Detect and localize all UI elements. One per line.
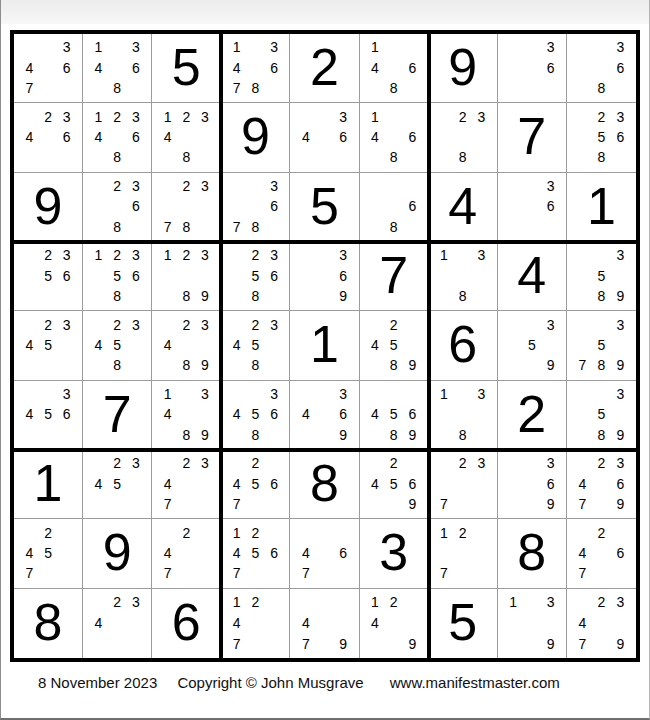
- cell-r2c3[interactable]: 12348: [152, 103, 221, 172]
- candidate-slot-4: 4: [573, 473, 592, 493]
- candidate-slot-9: [127, 494, 146, 514]
- cell-r5c7[interactable]: 6: [429, 311, 498, 380]
- candidate-slot-5: 5: [384, 335, 403, 355]
- cell-r5c1[interactable]: 2345: [14, 311, 83, 380]
- candidate-slot-9: [334, 563, 353, 583]
- cell-r1c5[interactable]: 2: [290, 34, 359, 103]
- candidate-slot-1: [20, 314, 39, 334]
- candidate-slot-2: 2: [177, 522, 196, 542]
- candidate-slot-4: [435, 543, 454, 563]
- candidate-slot-1: [89, 592, 108, 613]
- candidate-slot-7: [158, 425, 177, 445]
- candidate-slot-5: [384, 127, 403, 147]
- cell-r1c1[interactable]: 3467: [14, 34, 83, 103]
- candidate-slot-5: 5: [108, 335, 127, 355]
- candidate-slot-6: 6: [57, 127, 76, 147]
- candidate-slot-5: [315, 127, 334, 147]
- candidate-slot-2: [315, 245, 334, 265]
- candidate-slot-3: 3: [196, 245, 215, 265]
- candidate-slot-9: 9: [611, 494, 630, 514]
- cell-r3c7[interactable]: 4: [429, 173, 498, 242]
- cell-r5c4[interactable]: 23458: [221, 311, 290, 380]
- candidate-slot-4: 4: [366, 473, 385, 493]
- candidate-slot-8: [39, 286, 58, 306]
- candidate-slot-4: [573, 127, 592, 147]
- pencil-marks: 13489: [152, 381, 220, 449]
- cell-r8c7[interactable]: 127: [429, 519, 498, 588]
- candidate-slot-3: [472, 522, 491, 542]
- candidate-slot-4: [435, 473, 454, 493]
- candidate-slot-6: 6: [541, 196, 560, 216]
- candidate-slot-8: 8: [246, 78, 265, 98]
- candidate-slot-2: [108, 37, 127, 57]
- candidate-slot-9: [127, 147, 146, 167]
- cell-r2c1[interactable]: 2346: [14, 103, 83, 172]
- candidate-slot-4: [573, 265, 592, 285]
- candidate-slot-3: 3: [57, 314, 76, 334]
- candidate-slot-2: 2: [246, 453, 265, 473]
- pencil-marks: 123468: [83, 103, 151, 171]
- cell-r1c2[interactable]: 13468: [83, 34, 152, 103]
- pencil-marks: 3678: [221, 173, 289, 241]
- candidate-slot-5: [315, 404, 334, 424]
- candidate-slot-4: 4: [296, 543, 315, 563]
- candidate-slot-1: [366, 453, 385, 473]
- candidate-slot-1: [158, 522, 177, 542]
- candidate-slot-4: [227, 196, 246, 216]
- candidate-slot-5: [315, 265, 334, 285]
- candidate-slot-9: 9: [611, 425, 630, 445]
- candidate-slot-5: [592, 543, 611, 563]
- candidate-slot-7: 7: [573, 355, 592, 375]
- candidate-slot-3: 3: [57, 106, 76, 126]
- candidate-slot-7: [89, 355, 108, 375]
- cell-r7c1[interactable]: 1: [14, 450, 83, 519]
- candidate-slot-8: [246, 633, 265, 654]
- candidate-slot-2: [592, 37, 611, 57]
- cell-r2c7[interactable]: 238: [429, 103, 498, 172]
- candidate-slot-6: 6: [57, 265, 76, 285]
- pencil-marks: 127: [429, 519, 497, 587]
- candidate-slot-2: 2: [108, 106, 127, 126]
- cell-r4c8[interactable]: 4: [498, 242, 567, 311]
- solved-digit: 9: [34, 180, 63, 232]
- candidate-slot-6: [265, 335, 284, 355]
- candidate-slot-9: [265, 355, 284, 375]
- candidate-slot-6: [127, 612, 146, 633]
- cell-r6c2[interactable]: 7: [83, 381, 152, 450]
- candidate-slot-5: [177, 543, 196, 563]
- candidate-slot-2: 2: [384, 314, 403, 334]
- pencil-marks: 2346: [14, 103, 82, 171]
- candidate-slot-8: [108, 633, 127, 654]
- candidate-slot-2: 2: [246, 314, 265, 334]
- cell-r6c1[interactable]: 3456: [14, 381, 83, 450]
- candidate-slot-9: [541, 217, 560, 237]
- candidate-slot-4: 4: [227, 57, 246, 77]
- candidate-slot-8: 8: [592, 425, 611, 445]
- cell-r8c5[interactable]: 467: [290, 519, 359, 588]
- pencil-marks: 23458: [221, 311, 289, 379]
- pencil-marks: 23458: [83, 311, 151, 379]
- candidate-slot-1: 1: [366, 37, 385, 57]
- candidate-slot-8: [39, 355, 58, 375]
- cell-r7c8[interactable]: 369: [498, 450, 567, 519]
- cell-r1c7[interactable]: 9: [429, 34, 498, 103]
- candidate-slot-6: [196, 265, 215, 285]
- candidate-slot-5: [453, 404, 472, 424]
- cell-r6c7[interactable]: 138: [429, 381, 498, 450]
- candidate-slot-8: [592, 494, 611, 514]
- cell-r1c9[interactable]: 368: [567, 34, 636, 103]
- candidate-slot-7: [435, 286, 454, 306]
- candidate-slot-8: [39, 78, 58, 98]
- pencil-marks: 237: [429, 450, 497, 518]
- candidate-slot-4: [366, 196, 385, 216]
- cell-r8c1[interactable]: 2457: [14, 519, 83, 588]
- candidate-slot-1: [504, 176, 523, 196]
- candidate-slot-6: 6: [265, 473, 284, 493]
- candidate-slot-2: [522, 592, 541, 613]
- cell-r9c5[interactable]: 479: [290, 589, 359, 658]
- cell-r5c2[interactable]: 23458: [83, 311, 152, 380]
- pencil-marks: 467: [290, 519, 358, 587]
- candidate-slot-9: 9: [611, 355, 630, 375]
- cell-r8c4[interactable]: 124567: [221, 519, 290, 588]
- candidate-slot-1: 1: [504, 592, 523, 613]
- pencil-marks: 24567: [221, 450, 289, 518]
- cell-r2c6[interactable]: 1468: [360, 103, 429, 172]
- candidate-slot-9: 9: [403, 494, 422, 514]
- candidate-slot-1: [435, 106, 454, 126]
- cell-r3c4[interactable]: 3678: [221, 173, 290, 242]
- candidate-slot-9: 9: [403, 355, 422, 375]
- cell-r3c5[interactable]: 5: [290, 173, 359, 242]
- candidate-slot-6: 6: [541, 473, 560, 493]
- candidate-slot-8: [39, 147, 58, 167]
- footer: 8 November 2023 Copyright © John Musgrav…: [38, 674, 560, 691]
- candidate-slot-1: 1: [158, 384, 177, 404]
- candidate-slot-7: [89, 217, 108, 237]
- cell-r1c6[interactable]: 1468: [360, 34, 429, 103]
- candidate-slot-3: 3: [265, 176, 284, 196]
- candidate-slot-7: [366, 355, 385, 375]
- cell-r9c9[interactable]: 23479: [567, 589, 636, 658]
- candidate-slot-4: 4: [573, 612, 592, 633]
- pencil-marks: 2457: [14, 519, 82, 587]
- cell-r1c4[interactable]: 134678: [221, 34, 290, 103]
- cell-r3c3[interactable]: 2378: [152, 173, 221, 242]
- candidate-slot-6: 6: [334, 543, 353, 563]
- pencil-marks: 1468: [360, 103, 428, 171]
- candidate-slot-3: [403, 106, 422, 126]
- candidate-slot-1: [227, 314, 246, 334]
- cell-r8c9[interactable]: 2467: [567, 519, 636, 588]
- pencil-marks: 2345: [83, 450, 151, 518]
- candidate-slot-3: [265, 592, 284, 613]
- candidate-slot-1: [504, 314, 523, 334]
- candidate-slot-6: 6: [265, 543, 284, 563]
- window-top-bar: [0, 0, 650, 24]
- solved-digit: 4: [448, 180, 477, 232]
- candidate-slot-9: [127, 78, 146, 98]
- cell-r8c2[interactable]: 9: [83, 519, 152, 588]
- solved-digit: 1: [310, 318, 339, 370]
- cell-r2c2[interactable]: 123468: [83, 103, 152, 172]
- candidate-slot-9: [127, 633, 146, 654]
- candidate-slot-5: [177, 404, 196, 424]
- cell-r6c3[interactable]: 13489: [152, 381, 221, 450]
- solved-digit: 6: [448, 318, 477, 370]
- candidate-slot-8: [592, 563, 611, 583]
- candidate-slot-7: [89, 147, 108, 167]
- candidate-slot-2: 2: [39, 522, 58, 542]
- candidate-slot-8: 8: [177, 286, 196, 306]
- cell-r5c6[interactable]: 24589: [360, 311, 429, 380]
- cell-r9c1[interactable]: 8: [14, 589, 83, 658]
- cell-r1c8[interactable]: 36: [498, 34, 567, 103]
- candidate-slot-3: 3: [472, 384, 491, 404]
- candidate-slot-1: [89, 314, 108, 334]
- candidate-slot-4: 4: [227, 612, 246, 633]
- candidate-slot-4: 4: [89, 473, 108, 493]
- candidate-slot-9: [196, 494, 215, 514]
- candidate-slot-4: [504, 473, 523, 493]
- cell-r7c7[interactable]: 237: [429, 450, 498, 519]
- candidate-slot-9: 9: [196, 355, 215, 375]
- candidate-slot-4: 4: [20, 543, 39, 563]
- candidate-slot-3: 3: [196, 453, 215, 473]
- cell-r4c2[interactable]: 123568: [83, 242, 152, 311]
- solved-digit: 1: [34, 457, 63, 509]
- candidate-slot-8: [522, 494, 541, 514]
- candidate-slot-4: 4: [20, 127, 39, 147]
- candidate-slot-9: 9: [196, 286, 215, 306]
- candidate-slot-7: 7: [158, 217, 177, 237]
- candidate-slot-4: 4: [296, 127, 315, 147]
- cell-r4c7[interactable]: 138: [429, 242, 498, 311]
- footer-copyright: Copyright © John Musgrave: [177, 674, 363, 691]
- candidate-slot-1: 1: [435, 522, 454, 542]
- candidate-slot-8: 8: [592, 147, 611, 167]
- cell-r8c6[interactable]: 3: [360, 519, 429, 588]
- cell-r5c5[interactable]: 1: [290, 311, 359, 380]
- candidate-slot-7: [573, 286, 592, 306]
- cell-r2c4[interactable]: 9: [221, 103, 290, 172]
- cell-r5c3[interactable]: 23489: [152, 311, 221, 380]
- candidate-slot-7: 7: [227, 217, 246, 237]
- candidate-slot-4: [435, 404, 454, 424]
- candidate-slot-3: 3: [541, 37, 560, 57]
- cell-r6c9[interactable]: 3589: [567, 381, 636, 450]
- pencil-marks: 35789: [567, 311, 636, 379]
- candidate-slot-4: 4: [227, 543, 246, 563]
- candidate-slot-2: 2: [39, 245, 58, 265]
- candidate-slot-4: 4: [366, 127, 385, 147]
- candidate-slot-7: [227, 355, 246, 375]
- candidate-slot-7: [158, 286, 177, 306]
- candidate-slot-4: [89, 265, 108, 285]
- pencil-marks: 234679: [567, 450, 636, 518]
- candidate-slot-7: [158, 355, 177, 375]
- pencil-marks: 1247: [221, 589, 289, 658]
- cell-r7c9[interactable]: 234679: [567, 450, 636, 519]
- candidate-slot-7: [296, 147, 315, 167]
- cell-r4c6[interactable]: 7: [360, 242, 429, 311]
- candidate-slot-2: 2: [246, 245, 265, 265]
- cell-r2c9[interactable]: 23568: [567, 103, 636, 172]
- candidate-slot-7: [158, 147, 177, 167]
- candidate-slot-6: [472, 473, 491, 493]
- candidate-slot-5: [39, 127, 58, 147]
- candidate-slot-4: [89, 196, 108, 216]
- candidate-slot-9: [265, 563, 284, 583]
- candidate-slot-2: [315, 592, 334, 613]
- pencil-marks: 123568: [83, 242, 151, 310]
- candidate-slot-1: [366, 314, 385, 334]
- candidate-slot-6: [403, 335, 422, 355]
- candidate-slot-5: [177, 127, 196, 147]
- cell-r4c1[interactable]: 2356: [14, 242, 83, 311]
- pencil-marks: 24569: [360, 450, 428, 518]
- cell-r5c8[interactable]: 359: [498, 311, 567, 380]
- candidate-slot-6: [127, 335, 146, 355]
- candidate-slot-9: [265, 425, 284, 445]
- candidate-slot-5: [177, 265, 196, 285]
- cell-r4c5[interactable]: 369: [290, 242, 359, 311]
- candidate-slot-1: [227, 453, 246, 473]
- candidate-slot-3: 3: [334, 106, 353, 126]
- candidate-slot-9: 9: [334, 633, 353, 654]
- cell-r4c9[interactable]: 3589: [567, 242, 636, 311]
- solved-digit: 2: [517, 388, 546, 440]
- cell-r6c8[interactable]: 2: [498, 381, 567, 450]
- candidate-slot-1: [573, 37, 592, 57]
- candidate-slot-1: [227, 176, 246, 196]
- candidate-slot-5: 5: [39, 335, 58, 355]
- cell-r2c8[interactable]: 7: [498, 103, 567, 172]
- pencil-marks: 34568: [221, 381, 289, 449]
- candidate-slot-8: [39, 425, 58, 445]
- candidate-slot-9: [611, 78, 630, 98]
- candidate-slot-3: [334, 592, 353, 613]
- candidate-slot-1: [296, 106, 315, 126]
- cell-r3c8[interactable]: 36: [498, 173, 567, 242]
- pencil-marks: 3469: [290, 381, 358, 449]
- cell-r6c5[interactable]: 3469: [290, 381, 359, 450]
- candidate-slot-2: 2: [592, 106, 611, 126]
- candidate-slot-5: [177, 335, 196, 355]
- candidate-slot-7: [504, 78, 523, 98]
- cell-r9c4[interactable]: 1247: [221, 589, 290, 658]
- cell-r7c4[interactable]: 24567: [221, 450, 290, 519]
- candidate-slot-1: 1: [366, 592, 385, 613]
- candidate-slot-7: [89, 494, 108, 514]
- candidate-slot-8: 8: [384, 355, 403, 375]
- pencil-marks: 23479: [567, 589, 636, 658]
- cell-r6c4[interactable]: 34568: [221, 381, 290, 450]
- candidate-slot-1: 1: [227, 522, 246, 542]
- candidate-slot-7: [504, 494, 523, 514]
- cell-r6c6[interactable]: 45689: [360, 381, 429, 450]
- box-divider-horizontal-2: [14, 448, 636, 452]
- candidate-slot-3: 3: [196, 384, 215, 404]
- candidate-slot-3: 3: [611, 106, 630, 126]
- candidate-slot-6: 6: [265, 196, 284, 216]
- pencil-marks: 68: [360, 173, 428, 241]
- cell-r3c2[interactable]: 2368: [83, 173, 152, 242]
- candidate-slot-2: 2: [177, 453, 196, 473]
- candidate-slot-6: 6: [265, 404, 284, 424]
- solved-digit: 5: [448, 596, 477, 648]
- candidate-slot-9: [472, 563, 491, 583]
- cell-r9c3[interactable]: 6: [152, 589, 221, 658]
- pencil-marks: 3589: [567, 242, 636, 310]
- candidate-slot-6: 6: [403, 473, 422, 493]
- candidate-slot-3: 3: [334, 245, 353, 265]
- candidate-slot-8: 8: [384, 78, 403, 98]
- cell-r3c1[interactable]: 9: [14, 173, 83, 242]
- cell-r3c6[interactable]: 68: [360, 173, 429, 242]
- candidate-slot-4: 4: [89, 127, 108, 147]
- cell-r9c8[interactable]: 139: [498, 589, 567, 658]
- candidate-slot-4: 4: [227, 473, 246, 493]
- candidate-slot-8: 8: [108, 147, 127, 167]
- cell-r9c6[interactable]: 1249: [360, 589, 429, 658]
- candidate-slot-6: [57, 335, 76, 355]
- candidate-slot-9: 9: [403, 633, 422, 654]
- cell-r3c9[interactable]: 1: [567, 173, 636, 242]
- candidate-slot-4: 4: [20, 57, 39, 77]
- cell-r1c3[interactable]: 5: [152, 34, 221, 103]
- pencil-marks: 23568: [221, 242, 289, 310]
- cell-r5c9[interactable]: 35789: [567, 311, 636, 380]
- candidate-slot-7: 7: [20, 78, 39, 98]
- cell-r9c7[interactable]: 5: [429, 589, 498, 658]
- cell-r7c2[interactable]: 2345: [83, 450, 152, 519]
- cell-r2c5[interactable]: 346: [290, 103, 359, 172]
- cell-r7c5[interactable]: 8: [290, 450, 359, 519]
- candidate-slot-6: [196, 404, 215, 424]
- pencil-marks: 23489: [152, 311, 220, 379]
- candidate-slot-3: 3: [265, 37, 284, 57]
- cell-r4c4[interactable]: 23568: [221, 242, 290, 311]
- candidate-slot-1: [20, 106, 39, 126]
- candidate-slot-5: [592, 612, 611, 633]
- candidate-slot-8: 8: [592, 286, 611, 306]
- candidate-slot-1: 1: [89, 245, 108, 265]
- pencil-marks: 13468: [83, 34, 151, 102]
- cell-r9c2[interactable]: 234: [83, 589, 152, 658]
- cell-r7c6[interactable]: 24569: [360, 450, 429, 519]
- cell-r8c3[interactable]: 247: [152, 519, 221, 588]
- pencil-marks: 3456: [14, 381, 82, 449]
- candidate-slot-3: 3: [611, 384, 630, 404]
- cell-r8c8[interactable]: 8: [498, 519, 567, 588]
- candidate-slot-6: 6: [541, 57, 560, 77]
- candidate-slot-4: [504, 612, 523, 633]
- candidate-slot-2: [315, 522, 334, 542]
- candidate-slot-9: [472, 286, 491, 306]
- cell-r4c3[interactable]: 12389: [152, 242, 221, 311]
- solved-digit: 7: [517, 110, 546, 162]
- candidate-slot-9: [196, 563, 215, 583]
- cell-r7c3[interactable]: 2347: [152, 450, 221, 519]
- candidate-slot-7: [504, 355, 523, 375]
- solved-digit: 1: [587, 180, 616, 232]
- candidate-slot-4: [158, 265, 177, 285]
- candidate-slot-8: [315, 633, 334, 654]
